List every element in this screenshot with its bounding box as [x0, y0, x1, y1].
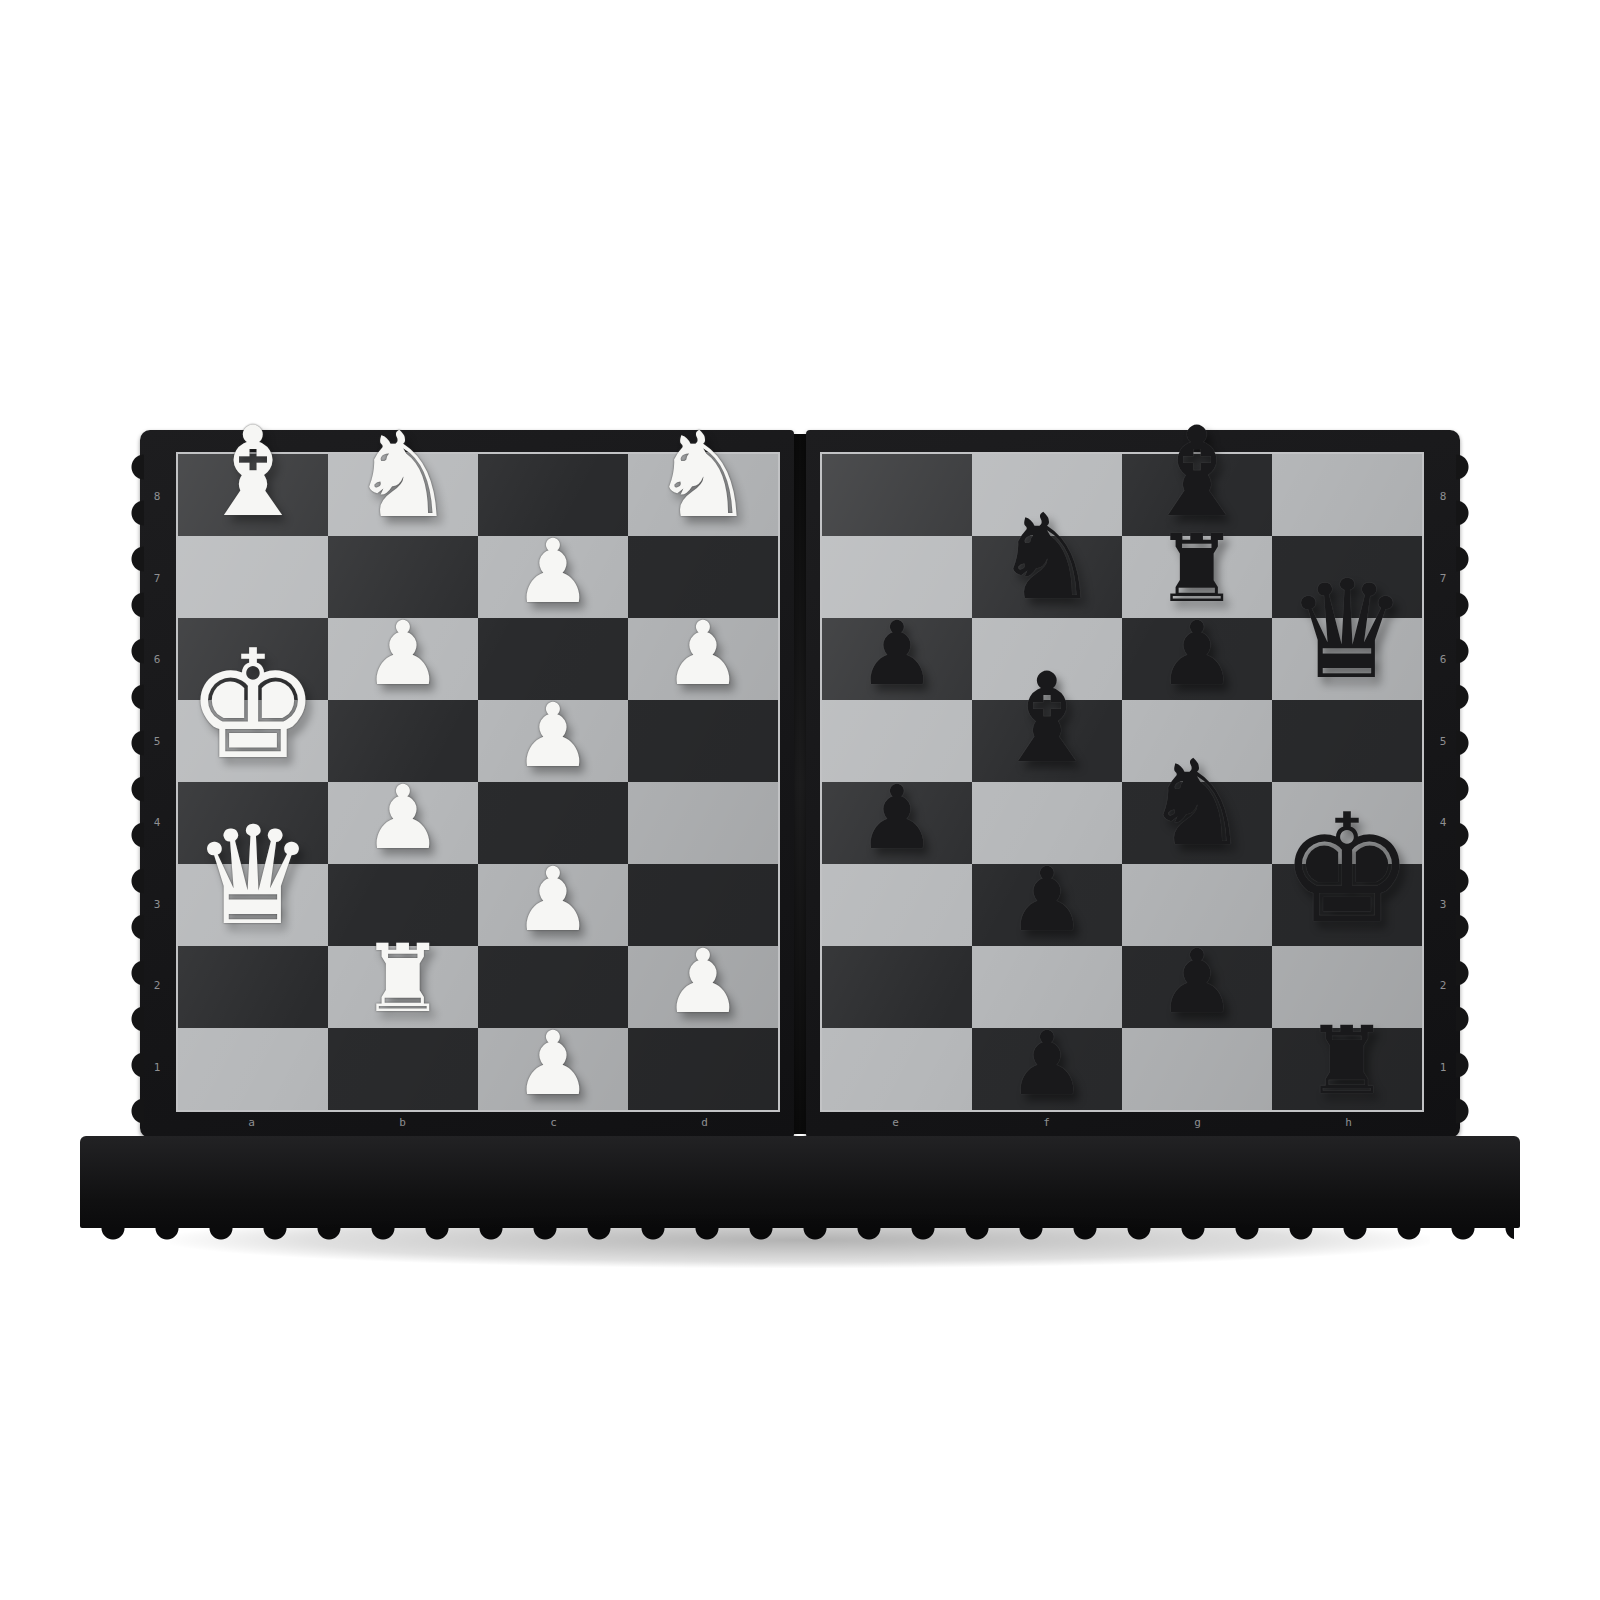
square-g2: ♟ — [1122, 946, 1272, 1028]
ground-shadow — [170, 1212, 1430, 1268]
file-labels-right: efgh — [820, 1116, 1424, 1134]
white-knight-icon: ♞ — [350, 416, 456, 534]
black-pawn-icon: ♟ — [1008, 856, 1087, 944]
square-c1: ♟ — [478, 1028, 628, 1110]
rank-label: 8 — [1434, 490, 1452, 503]
white-pawn-icon: ♟ — [514, 856, 593, 944]
square-b4: ♟ — [328, 782, 478, 864]
white-pawn-icon: ♟ — [364, 774, 443, 862]
chess-set: 87654321 abcd ♝♞♞♟♟♟♚♟♟♛♟♜♟♟ 87654321 ef… — [140, 430, 1460, 1138]
square-e1 — [822, 1028, 972, 1110]
black-bishop-icon: ♝ — [991, 656, 1102, 780]
square-d4 — [628, 782, 778, 864]
square-d5 — [628, 700, 778, 782]
file-label: g — [1194, 1116, 1201, 1134]
square-g4: ♞ — [1122, 782, 1272, 864]
white-pawn-icon: ♟ — [664, 938, 743, 1026]
square-a3: ♛ — [178, 864, 328, 946]
checkerboard-right: ♝♞♜♟♟♛♝♟♞♟♚♟♟♜ — [820, 452, 1424, 1112]
rank-label: 7 — [148, 572, 166, 585]
square-c5: ♟ — [478, 700, 628, 782]
square-c3: ♟ — [478, 864, 628, 946]
black-knight-icon: ♞ — [1144, 744, 1250, 862]
square-g6: ♟ — [1122, 618, 1272, 700]
file-label: d — [701, 1116, 708, 1134]
white-queen-icon: ♛ — [192, 808, 314, 944]
square-e2 — [822, 946, 972, 1028]
rank-label: 6 — [148, 653, 166, 666]
square-h5 — [1272, 700, 1422, 782]
rank-label: 1 — [148, 1061, 166, 1074]
square-b6: ♟ — [328, 618, 478, 700]
rank-label: 1 — [1434, 1061, 1452, 1074]
black-rook-icon: ♜ — [1305, 1014, 1389, 1108]
file-label: c — [550, 1116, 557, 1134]
square-h8 — [1272, 454, 1422, 536]
square-d1 — [628, 1028, 778, 1110]
white-knight-icon: ♞ — [650, 416, 756, 534]
square-b8: ♞ — [328, 454, 478, 536]
square-f5: ♝ — [972, 700, 1122, 782]
square-e6: ♟ — [822, 618, 972, 700]
board-half-right: 87654321 efgh ♝♞♜♟♟♛♝♟♞♟♚♟♟♜ — [806, 430, 1460, 1138]
white-pawn-icon: ♟ — [514, 528, 593, 616]
black-pawn-icon: ♟ — [1008, 1020, 1087, 1108]
square-b2: ♜ — [328, 946, 478, 1028]
rank-label: 3 — [1434, 898, 1452, 911]
rank-label: 7 — [1434, 572, 1452, 585]
square-f7: ♞ — [972, 536, 1122, 618]
rank-label: 8 — [148, 490, 166, 503]
black-pawn-icon: ♟ — [1158, 938, 1237, 1026]
rank-label: 6 — [1434, 653, 1452, 666]
white-bishop-icon: ♝ — [197, 410, 308, 534]
file-label: a — [248, 1116, 255, 1134]
square-a1 — [178, 1028, 328, 1110]
file-labels-left: abcd — [176, 1116, 780, 1134]
white-king-icon: ♚ — [186, 630, 320, 780]
rank-label: 5 — [1434, 735, 1452, 748]
square-a8: ♝ — [178, 454, 328, 536]
square-f1: ♟ — [972, 1028, 1122, 1110]
square-a2 — [178, 946, 328, 1028]
rank-label: 3 — [148, 898, 166, 911]
square-d6: ♟ — [628, 618, 778, 700]
black-pawn-icon: ♟ — [858, 774, 937, 862]
file-label: h — [1345, 1116, 1352, 1134]
square-a5: ♚ — [178, 700, 328, 782]
black-king-icon: ♚ — [1280, 794, 1414, 944]
black-pawn-icon: ♟ — [1158, 610, 1237, 698]
square-h1: ♜ — [1272, 1028, 1422, 1110]
rank-label: 2 — [1434, 979, 1452, 992]
scalloped-edge-right — [1456, 444, 1474, 1124]
white-pawn-icon: ♟ — [514, 692, 593, 780]
file-label: f — [1043, 1116, 1050, 1134]
square-e3 — [822, 864, 972, 946]
square-d8: ♞ — [628, 454, 778, 536]
square-b1 — [328, 1028, 478, 1110]
file-label: e — [892, 1116, 899, 1134]
black-pawn-icon: ♟ — [858, 610, 937, 698]
white-pawn-icon: ♟ — [514, 1020, 593, 1108]
white-pawn-icon: ♟ — [364, 610, 443, 698]
rank-label: 5 — [148, 735, 166, 748]
black-knight-icon: ♞ — [994, 498, 1100, 616]
rank-labels-right: 87654321 — [1434, 456, 1452, 1108]
rank-label: 2 — [148, 979, 166, 992]
square-g1 — [1122, 1028, 1272, 1110]
rank-labels-left: 87654321 — [148, 456, 166, 1108]
black-queen-icon: ♛ — [1286, 562, 1408, 698]
square-e4: ♟ — [822, 782, 972, 864]
square-c7: ♟ — [478, 536, 628, 618]
file-label: b — [399, 1116, 406, 1134]
square-h3: ♚ — [1272, 864, 1422, 946]
square-d2: ♟ — [628, 946, 778, 1028]
white-pawn-icon: ♟ — [664, 610, 743, 698]
hinge — [794, 434, 806, 1134]
rank-label: 4 — [148, 816, 166, 829]
board-half-left: 87654321 abcd ♝♞♞♟♟♟♚♟♟♛♟♜♟♟ — [140, 430, 794, 1138]
square-h6: ♛ — [1272, 618, 1422, 700]
rank-label: 4 — [1434, 816, 1452, 829]
checkerboard-left: ♝♞♞♟♟♟♚♟♟♛♟♜♟♟ — [176, 452, 780, 1112]
square-f3: ♟ — [972, 864, 1122, 946]
white-rook-icon: ♜ — [361, 932, 445, 1026]
square-a7 — [178, 536, 328, 618]
scalloped-edge-left — [126, 444, 144, 1124]
square-e8 — [822, 454, 972, 536]
